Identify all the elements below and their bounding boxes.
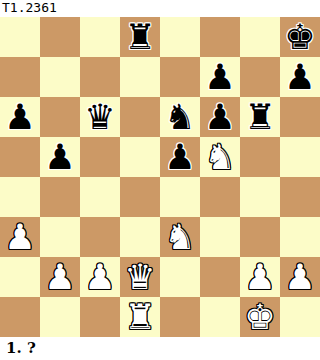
square-f8[interactable]	[200, 17, 240, 57]
square-c8[interactable]	[80, 17, 120, 57]
square-b8[interactable]	[40, 17, 80, 57]
square-d6[interactable]	[120, 97, 160, 137]
square-b6[interactable]	[40, 97, 80, 137]
black-pawn-icon: ♟	[284, 57, 315, 97]
black-king-icon: ♚	[284, 17, 315, 57]
square-g6[interactable]: ♜	[240, 97, 280, 137]
square-f1[interactable]	[200, 297, 240, 337]
chess-board: ♜♚♟♟♟♛♞♟♜♟♟♞♟♞♟♟♛♟♟♜♚	[0, 17, 320, 337]
white-king-icon: ♚	[244, 297, 275, 337]
square-e4[interactable]	[160, 177, 200, 217]
square-g7[interactable]	[240, 57, 280, 97]
square-g5[interactable]	[240, 137, 280, 177]
square-f6[interactable]: ♟	[200, 97, 240, 137]
square-h4[interactable]	[280, 177, 320, 217]
black-pawn-icon: ♟	[44, 137, 75, 177]
white-knight-icon: ♞	[204, 137, 235, 177]
white-pawn-icon: ♟	[44, 257, 75, 297]
square-e8[interactable]	[160, 17, 200, 57]
square-h8[interactable]: ♚	[280, 17, 320, 57]
square-e3[interactable]: ♞	[160, 217, 200, 257]
black-pawn-icon: ♟	[204, 57, 235, 97]
square-b4[interactable]	[40, 177, 80, 217]
square-g3[interactable]	[240, 217, 280, 257]
black-knight-icon: ♞	[164, 97, 195, 137]
square-a6[interactable]: ♟	[0, 97, 40, 137]
black-queen-icon: ♛	[84, 97, 115, 137]
square-g1[interactable]: ♚	[240, 297, 280, 337]
square-d1[interactable]: ♜	[120, 297, 160, 337]
square-h7[interactable]: ♟	[280, 57, 320, 97]
square-a1[interactable]	[0, 297, 40, 337]
square-a8[interactable]	[0, 17, 40, 57]
square-e1[interactable]	[160, 297, 200, 337]
square-d8[interactable]: ♜	[120, 17, 160, 57]
square-h6[interactable]	[280, 97, 320, 137]
square-g2[interactable]: ♟	[240, 257, 280, 297]
square-e7[interactable]	[160, 57, 200, 97]
white-pawn-icon: ♟	[244, 257, 275, 297]
square-h5[interactable]	[280, 137, 320, 177]
white-knight-icon: ♞	[164, 217, 195, 257]
square-a3[interactable]: ♟	[0, 217, 40, 257]
white-queen-icon: ♛	[124, 257, 155, 297]
square-d7[interactable]	[120, 57, 160, 97]
black-rook-icon: ♜	[124, 17, 155, 57]
black-rook-icon: ♜	[244, 97, 275, 137]
square-h2[interactable]: ♟	[280, 257, 320, 297]
square-d4[interactable]	[120, 177, 160, 217]
square-a5[interactable]	[0, 137, 40, 177]
square-e6[interactable]: ♞	[160, 97, 200, 137]
square-c1[interactable]	[80, 297, 120, 337]
square-c2[interactable]: ♟	[80, 257, 120, 297]
square-f4[interactable]	[200, 177, 240, 217]
square-h3[interactable]	[280, 217, 320, 257]
square-b2[interactable]: ♟	[40, 257, 80, 297]
square-g8[interactable]	[240, 17, 280, 57]
square-b3[interactable]	[40, 217, 80, 257]
white-pawn-icon: ♟	[4, 217, 35, 257]
square-f3[interactable]	[200, 217, 240, 257]
square-a7[interactable]	[0, 57, 40, 97]
square-c3[interactable]	[80, 217, 120, 257]
square-c5[interactable]	[80, 137, 120, 177]
square-b7[interactable]	[40, 57, 80, 97]
square-c6[interactable]: ♛	[80, 97, 120, 137]
square-g4[interactable]	[240, 177, 280, 217]
white-pawn-icon: ♟	[84, 257, 115, 297]
square-f5[interactable]: ♞	[200, 137, 240, 177]
black-pawn-icon: ♟	[4, 97, 35, 137]
square-f2[interactable]	[200, 257, 240, 297]
square-c7[interactable]	[80, 57, 120, 97]
puzzle-title: T1.2361	[0, 0, 320, 17]
square-e2[interactable]	[160, 257, 200, 297]
white-pawn-icon: ♟	[284, 257, 315, 297]
move-prompt: 1. ?	[0, 337, 320, 360]
white-rook-icon: ♜	[124, 297, 155, 337]
black-pawn-icon: ♟	[204, 97, 235, 137]
square-f7[interactable]: ♟	[200, 57, 240, 97]
square-a2[interactable]	[0, 257, 40, 297]
square-e5[interactable]: ♟	[160, 137, 200, 177]
square-d3[interactable]	[120, 217, 160, 257]
square-a4[interactable]	[0, 177, 40, 217]
square-d5[interactable]	[120, 137, 160, 177]
square-c4[interactable]	[80, 177, 120, 217]
square-h1[interactable]	[280, 297, 320, 337]
square-d2[interactable]: ♛	[120, 257, 160, 297]
square-b5[interactable]: ♟	[40, 137, 80, 177]
black-pawn-icon: ♟	[164, 137, 195, 177]
square-b1[interactable]	[40, 297, 80, 337]
